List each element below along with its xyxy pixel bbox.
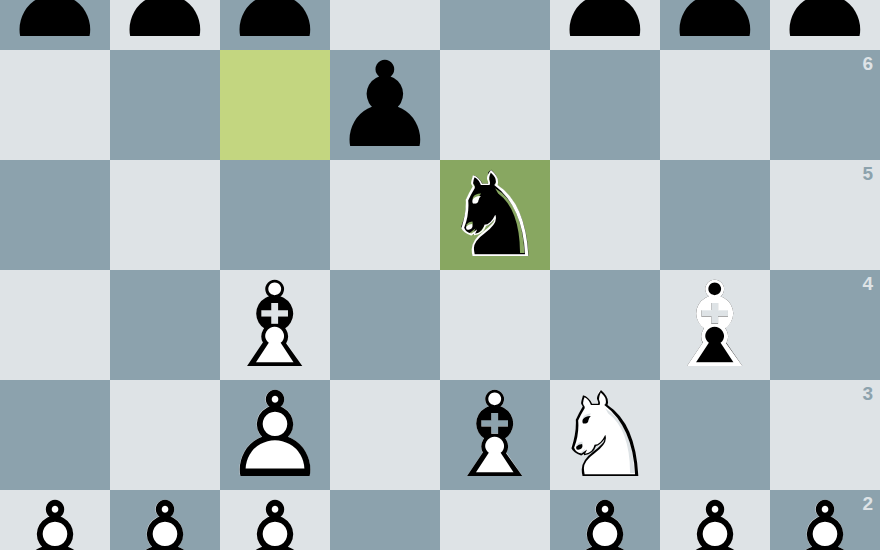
rank-label-2: 2 (862, 493, 873, 515)
rank-label-4: 4 (862, 273, 873, 295)
square-e6[interactable] (440, 50, 550, 160)
rank-label-6: 6 (862, 53, 873, 75)
chess-board: ♟♟♟♟♟♟♟6♞♘5♝♗♝♗4♟♙♝♗♞♘3♟♙♟♙♟♙♟♙♟♙♟♙2 (0, 0, 880, 550)
square-d7[interactable] (330, 0, 440, 50)
square-h2[interactable]: ♟♙2 (770, 490, 880, 550)
square-c5[interactable] (220, 160, 330, 270)
square-g5[interactable] (660, 160, 770, 270)
square-h4[interactable]: 4 (770, 270, 880, 380)
white-bishop-fill: ♝ (220, 270, 330, 380)
black-bishop-detail: ♗ (660, 270, 770, 380)
square-e4[interactable] (440, 270, 550, 380)
white-pawn-fill: ♟ (550, 490, 660, 550)
white-pawn-f2[interactable]: ♙ (550, 490, 660, 550)
white-pawn-fill: ♟ (0, 490, 110, 550)
square-d5[interactable] (330, 160, 440, 270)
square-c6[interactable] (220, 50, 330, 160)
white-bishop-c4[interactable]: ♗ (220, 270, 330, 380)
square-e7[interactable] (440, 0, 550, 50)
square-g2[interactable]: ♟♙ (660, 490, 770, 550)
square-f3[interactable]: ♞♘ (550, 380, 660, 490)
white-pawn-fill: ♟ (660, 490, 770, 550)
square-g3[interactable] (660, 380, 770, 490)
rank-label-3: 3 (862, 383, 873, 405)
square-a3[interactable] (0, 380, 110, 490)
square-f2[interactable]: ♟♙ (550, 490, 660, 550)
square-b2[interactable]: ♟♙ (110, 490, 220, 550)
square-f4[interactable] (550, 270, 660, 380)
white-pawn-b2[interactable]: ♙ (110, 490, 220, 550)
rank-label-5: 5 (862, 163, 873, 185)
white-pawn-g2[interactable]: ♙ (660, 490, 770, 550)
square-c7[interactable]: ♟ (220, 0, 330, 50)
chess-board-viewport: ♟♟♟♟♟♟♟6♞♘5♝♗♝♗4♟♙♝♗♞♘3♟♙♟♙♟♙♟♙♟♙♟♙2 (0, 0, 880, 550)
black-pawn-h7[interactable]: ♟ (770, 0, 880, 50)
square-a6[interactable] (0, 50, 110, 160)
square-d3[interactable] (330, 380, 440, 490)
black-bishop-g4[interactable]: ♝ (660, 270, 770, 380)
square-f5[interactable] (550, 160, 660, 270)
square-h5[interactable]: 5 (770, 160, 880, 270)
square-e2[interactable] (440, 490, 550, 550)
square-h3[interactable]: 3 (770, 380, 880, 490)
white-pawn-fill: ♟ (110, 490, 220, 550)
square-a2[interactable]: ♟♙ (0, 490, 110, 550)
square-e3[interactable]: ♝♗ (440, 380, 550, 490)
white-bishop-e3[interactable]: ♗ (440, 380, 550, 490)
white-pawn-fill: ♟ (220, 490, 330, 550)
black-pawn-g7[interactable]: ♟ (660, 0, 770, 50)
square-d6[interactable]: ♟ (330, 50, 440, 160)
black-pawn-c7[interactable]: ♟ (220, 0, 330, 50)
square-b3[interactable] (110, 380, 220, 490)
white-pawn-c3[interactable]: ♙ (220, 380, 330, 490)
square-f7[interactable]: ♟ (550, 0, 660, 50)
black-pawn-f7[interactable]: ♟ (550, 0, 660, 50)
white-pawn-c2[interactable]: ♙ (220, 490, 330, 550)
black-knight-detail: ♘ (440, 160, 550, 270)
white-pawn-a2[interactable]: ♙ (0, 490, 110, 550)
white-bishop-fill: ♝ (440, 380, 550, 490)
square-b7[interactable]: ♟ (110, 0, 220, 50)
white-pawn-fill: ♟ (220, 380, 330, 490)
black-pawn-b7[interactable]: ♟ (110, 0, 220, 50)
black-pawn-a7[interactable]: ♟ (0, 0, 110, 50)
square-a7[interactable]: ♟ (0, 0, 110, 50)
square-d4[interactable] (330, 270, 440, 380)
square-c2[interactable]: ♟♙ (220, 490, 330, 550)
square-g7[interactable]: ♟ (660, 0, 770, 50)
square-g4[interactable]: ♝♗ (660, 270, 770, 380)
square-c3[interactable]: ♟♙ (220, 380, 330, 490)
black-pawn-d6[interactable]: ♟ (330, 50, 440, 160)
square-a4[interactable] (0, 270, 110, 380)
square-b5[interactable] (110, 160, 220, 270)
square-e5[interactable]: ♞♘ (440, 160, 550, 270)
square-f6[interactable] (550, 50, 660, 160)
square-d2[interactable] (330, 490, 440, 550)
square-c4[interactable]: ♝♗ (220, 270, 330, 380)
square-g6[interactable] (660, 50, 770, 160)
square-b4[interactable] (110, 270, 220, 380)
square-a5[interactable] (0, 160, 110, 270)
square-h7[interactable]: ♟ (770, 0, 880, 50)
square-b6[interactable] (110, 50, 220, 160)
square-h6[interactable]: 6 (770, 50, 880, 160)
white-knight-f3[interactable]: ♘ (550, 380, 660, 490)
black-knight-e5[interactable]: ♞ (440, 160, 550, 270)
white-knight-fill: ♞ (550, 380, 660, 490)
